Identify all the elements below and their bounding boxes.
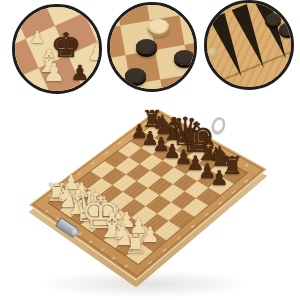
coord-label: 3 [76,172,81,176]
closeup-piece-light-pawn: ♟ [43,60,65,85]
backgammon-disc-dark [279,23,294,36]
product-photo-wooden-chess-set: aabbccddeeffgghh1122334455667788 ♜♞♝♛♚♝♞… [0,0,300,300]
checkers-disc-light [148,19,169,34]
coord-label: e [88,239,94,243]
coord-label: 4 [90,161,95,165]
coord-label: a [164,119,169,123]
coord-label: g [111,255,117,260]
coord-label: 8 [143,122,148,126]
coord-label: 2 [62,182,68,186]
coord-label: h [123,263,129,268]
coord-label: h [244,163,249,167]
coord-label: 2 [161,248,167,253]
checkers-disc-dark [125,68,146,83]
coord-label: f [220,150,224,153]
backgammon-disc-dark [265,13,281,26]
coord-label: 7 [230,190,236,194]
checkers-disc-dark [136,39,157,54]
coord-label: f [100,247,105,251]
backgammon-piece-light [207,47,218,59]
coord-label: 4 [190,224,196,228]
coord-label: d [197,137,202,141]
coord-label: 8 [243,179,249,183]
hinge-ring-icon [210,115,228,135]
inset-checkers-closeup [107,2,197,92]
coord-label: 6 [117,141,122,145]
coord-label: 1 [48,193,54,197]
coord-label: 3 [176,236,182,241]
checkers-disc-dark [174,50,195,65]
coord-label: g [232,157,237,161]
coord-label: c [186,131,191,135]
coord-label: 7 [130,132,135,136]
coord-label: 1 [147,260,153,265]
coord-label: e [208,144,213,148]
coord-label: a [44,209,50,213]
inset-backgammon-closeup [204,0,294,90]
coord-label: 5 [203,212,209,216]
coord-label: b [174,125,179,129]
coord-label: 5 [103,151,108,155]
chess-board: aabbccddeeffgghh1122334455667788 [28,108,267,280]
closeup-piece-dark-pawn: ♟ [71,63,90,84]
coord-label: 6 [217,201,223,205]
inset-chess-closeup: ♟♝♚♟♟♟ [12,4,102,94]
